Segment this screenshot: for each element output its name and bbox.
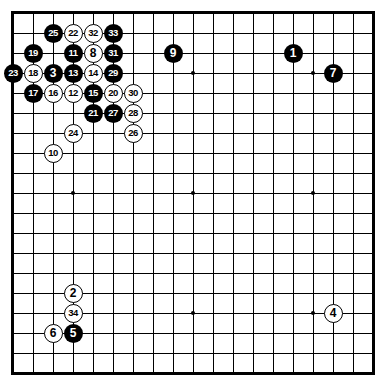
board-intersection-E15[interactable]: 15 [83, 83, 103, 103]
black-stone-19[interactable]: 19 [24, 44, 43, 63]
white-stone-30[interactable]: 30 [124, 84, 143, 103]
white-stone-32[interactable]: 32 [84, 24, 103, 43]
move-number: 28 [128, 108, 138, 118]
board-intersection-F16[interactable]: 29 [103, 63, 123, 83]
white-stone-28[interactable]: 28 [124, 104, 143, 123]
board-intersection-E14[interactable]: 21 [83, 103, 103, 123]
go-board[interactable]: 1234567891011121314151617181920212223242… [3, 3, 383, 383]
move-number: 18 [28, 68, 38, 78]
black-stone-17[interactable]: 17 [24, 84, 43, 103]
board-intersection-C12[interactable]: 10 [43, 143, 63, 163]
black-stone-9[interactable]: 9 [164, 44, 183, 63]
move-number: 5 [70, 327, 77, 339]
board-intersection-E17[interactable]: 8 [83, 43, 103, 63]
white-stone-6[interactable]: 6 [44, 324, 63, 343]
board-intersection-R4[interactable]: 4 [323, 303, 343, 323]
white-stone-14[interactable]: 14 [84, 64, 103, 83]
black-stone-25[interactable]: 25 [44, 24, 63, 43]
black-stone-3[interactable]: 3 [44, 64, 63, 83]
board-intersection-J17[interactable]: 9 [163, 43, 183, 63]
board-intersection-F15[interactable]: 20 [103, 83, 123, 103]
move-number: 4 [330, 307, 337, 319]
move-number: 13 [68, 68, 78, 78]
black-stone-29[interactable]: 29 [104, 64, 123, 83]
board-intersection-C16[interactable]: 3 [43, 63, 63, 83]
white-stone-20[interactable]: 20 [104, 84, 123, 103]
move-number: 10 [48, 148, 58, 158]
board-intersection-D5[interactable]: 2 [63, 283, 83, 303]
white-stone-10[interactable]: 10 [44, 144, 63, 163]
board-intersection-E16[interactable]: 14 [83, 63, 103, 83]
move-number: 31 [108, 48, 118, 58]
move-number: 9 [170, 47, 177, 59]
white-stone-18[interactable]: 18 [24, 64, 43, 83]
move-number: 27 [108, 108, 118, 118]
white-stone-2[interactable]: 2 [64, 284, 83, 303]
board-intersection-G15[interactable]: 30 [123, 83, 143, 103]
white-stone-24[interactable]: 24 [64, 124, 83, 143]
black-stone-21[interactable]: 21 [84, 104, 103, 123]
board-intersection-D16[interactable]: 13 [63, 63, 83, 83]
black-stone-23[interactable]: 23 [4, 64, 23, 83]
black-stone-27[interactable]: 27 [104, 104, 123, 123]
board-intersection-F17[interactable]: 31 [103, 43, 123, 63]
white-stone-22[interactable]: 22 [64, 24, 83, 43]
move-number: 29 [108, 68, 118, 78]
board-intersection-D18[interactable]: 22 [63, 23, 83, 43]
move-number: 16 [48, 88, 58, 98]
move-number: 6 [50, 327, 57, 339]
board-intersection-E18[interactable]: 32 [83, 23, 103, 43]
move-number: 32 [88, 28, 98, 38]
board-intersection-F18[interactable]: 33 [103, 23, 123, 43]
board-intersection-P17[interactable]: 1 [283, 43, 303, 63]
move-number: 11 [68, 48, 77, 58]
move-number: 3 [50, 67, 57, 79]
board-intersection-G13[interactable]: 26 [123, 123, 143, 143]
move-number: 20 [108, 88, 118, 98]
black-stone-1[interactable]: 1 [284, 44, 303, 63]
move-number: 33 [108, 28, 118, 38]
move-number: 8 [90, 47, 97, 59]
board-intersection-D3[interactable]: 5 [63, 323, 83, 343]
move-number: 30 [128, 88, 138, 98]
move-number: 25 [48, 28, 58, 38]
move-number: 1 [290, 47, 297, 59]
go-kifu-diagram: 1234567891011121314151617181920212223242… [0, 0, 390, 390]
white-stone-34[interactable]: 34 [64, 304, 83, 323]
move-number: 21 [88, 108, 98, 118]
white-stone-16[interactable]: 16 [44, 84, 63, 103]
white-stone-4[interactable]: 4 [324, 304, 343, 323]
black-stone-7[interactable]: 7 [324, 64, 343, 83]
black-stone-15[interactable]: 15 [84, 84, 103, 103]
white-stone-12[interactable]: 12 [64, 84, 83, 103]
move-number: 7 [330, 67, 337, 79]
move-number: 24 [68, 128, 78, 138]
board-intersection-D15[interactable]: 12 [63, 83, 83, 103]
board-intersection-C15[interactable]: 16 [43, 83, 63, 103]
move-number: 2 [70, 287, 77, 299]
black-stone-11[interactable]: 11 [64, 44, 83, 63]
board-intersection-D17[interactable]: 11 [63, 43, 83, 63]
board-intersection-F14[interactable]: 27 [103, 103, 123, 123]
white-stone-8[interactable]: 8 [84, 44, 103, 63]
move-number: 23 [8, 68, 18, 78]
move-number: 26 [128, 128, 138, 138]
move-number: 12 [68, 88, 78, 98]
board-intersection-A16[interactable]: 23 [3, 63, 23, 83]
black-stone-31[interactable]: 31 [104, 44, 123, 63]
move-number: 14 [88, 68, 98, 78]
board-intersection-B17[interactable]: 19 [23, 43, 43, 63]
move-number: 15 [88, 88, 98, 98]
move-number: 17 [28, 88, 38, 98]
black-stone-33[interactable]: 33 [104, 24, 123, 43]
black-stone-13[interactable]: 13 [64, 64, 83, 83]
black-stone-5[interactable]: 5 [64, 324, 83, 343]
board-intersection-D4[interactable]: 34 [63, 303, 83, 323]
move-number: 34 [68, 308, 78, 318]
move-number: 22 [68, 28, 78, 38]
move-number: 19 [28, 48, 38, 58]
board-intersection-C3[interactable]: 6 [43, 323, 63, 343]
board-intersection-B16[interactable]: 18 [23, 63, 43, 83]
board-intersection-G14[interactable]: 28 [123, 103, 143, 123]
board-intersection-R16[interactable]: 7 [323, 63, 343, 83]
board-intersection-D13[interactable]: 24 [63, 123, 83, 143]
board-intersection-B15[interactable]: 17 [23, 83, 43, 103]
white-stone-26[interactable]: 26 [124, 124, 143, 143]
board-intersection-C18[interactable]: 25 [43, 23, 63, 43]
